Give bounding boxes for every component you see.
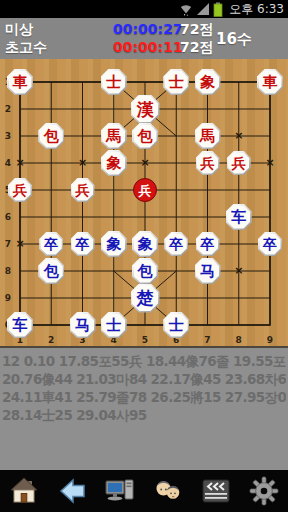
piece-face: 車 xyxy=(9,71,32,94)
computer-icon xyxy=(105,476,135,506)
move-line: 12 0.10 17.85포55兵 18.44像76졸 19.55포85 xyxy=(2,352,286,370)
piece-face: 马 xyxy=(196,260,219,283)
piece-face: 士 xyxy=(165,71,188,94)
piece-face: 兵 xyxy=(10,180,31,201)
piece-han-elephant[interactable]: 象 xyxy=(195,69,221,95)
signal-icon xyxy=(196,2,210,16)
piece-face: 馬 xyxy=(196,125,219,148)
piece-han-cannon[interactable]: 包 xyxy=(38,123,64,149)
piece-face: 卒 xyxy=(260,234,281,255)
piece-face: 馬 xyxy=(102,125,125,148)
piece-face: 兵 xyxy=(197,153,218,174)
player-bottom-score: 72점 xyxy=(180,39,213,57)
piece-face: 象 xyxy=(102,152,125,175)
piece-face: 马 xyxy=(71,314,94,337)
file-label: 5 xyxy=(142,335,148,345)
player-bottom-clock: 00:00:11 xyxy=(113,39,183,55)
piece-cho-soldier[interactable]: 卒 xyxy=(39,232,63,256)
move-line: 24.11車41 25.79졸78 26.25將15 27.95장05 xyxy=(2,388,286,406)
two-players-button[interactable] xyxy=(151,474,185,508)
piece-face: 士 xyxy=(102,314,125,337)
piece-han-soldier[interactable]: 兵 xyxy=(133,178,157,202)
piece-face: 包 xyxy=(40,260,63,283)
rank-label: 2 xyxy=(5,104,11,114)
player-bottom-name: 초고수 xyxy=(5,39,47,57)
back-button[interactable] xyxy=(55,474,89,508)
piece-face: 象 xyxy=(134,233,157,256)
piece-face: 包 xyxy=(40,125,63,148)
home-button[interactable] xyxy=(7,474,41,508)
piece-han-advisor[interactable]: 士 xyxy=(163,69,189,95)
file-label: 8 xyxy=(236,335,242,345)
piece-face: 象 xyxy=(196,71,219,94)
point-marker: × xyxy=(234,264,243,277)
point-marker: × xyxy=(15,156,24,169)
computer-button[interactable] xyxy=(103,474,137,508)
status-clock: 오후 6:33 xyxy=(229,1,284,18)
point-marker: × xyxy=(78,156,87,169)
piece-face: 兵 xyxy=(72,180,93,201)
home-icon xyxy=(9,476,39,506)
piece-cho-horse[interactable]: 马 xyxy=(195,258,221,284)
piece-han-elephant[interactable]: 象 xyxy=(101,150,127,176)
piece-face: 車 xyxy=(259,71,282,94)
move-line: 28.14士25 29.04사95 xyxy=(2,406,286,424)
point-marker: × xyxy=(265,156,274,169)
piece-cho-advisor[interactable]: 士 xyxy=(163,312,189,338)
piece-cho-soldier[interactable]: 卒 xyxy=(258,232,282,256)
piece-cho-cannon[interactable]: 包 xyxy=(132,258,158,284)
piece-han-soldier[interactable]: 兵 xyxy=(196,151,220,175)
gear-icon xyxy=(249,476,279,506)
piece-cho-soldier[interactable]: 卒 xyxy=(196,232,220,256)
piece-face: 卒 xyxy=(166,234,187,255)
piece-cho-chariot[interactable]: 车 xyxy=(7,312,33,338)
battery-icon xyxy=(213,2,223,17)
piece-han-horse[interactable]: 馬 xyxy=(101,123,127,149)
rank-label: 6 xyxy=(5,212,11,222)
replay-button[interactable] xyxy=(199,474,233,508)
piece-face: 车 xyxy=(227,206,250,229)
piece-face: 楚 xyxy=(132,285,158,311)
player-top-score: 72점 xyxy=(180,21,213,39)
toolbar xyxy=(0,470,288,512)
game-info-bar: 미상 00:00:27 72점 초고수 00:00:11 72점 16수 xyxy=(0,18,288,59)
piece-face: 士 xyxy=(102,71,125,94)
rank-label: 8 xyxy=(5,266,11,276)
rank-label: 3 xyxy=(5,131,11,141)
two-players-icon xyxy=(153,476,183,506)
piece-han-chariot[interactable]: 車 xyxy=(257,69,283,95)
piece-face: 车 xyxy=(9,314,32,337)
piece-cho-soldier[interactable]: 卒 xyxy=(164,232,188,256)
move-list[interactable]: 12 0.10 17.85포55兵 18.44像76졸 19.55포85 20.… xyxy=(0,348,288,470)
point-marker: × xyxy=(15,237,24,250)
piece-cho-general[interactable]: 楚 xyxy=(131,284,160,313)
point-marker: × xyxy=(234,129,243,142)
point-marker: × xyxy=(140,156,149,169)
player-top-clock: 00:00:27 xyxy=(113,21,183,37)
file-label: 9 xyxy=(267,335,273,345)
piece-han-soldier[interactable]: 兵 xyxy=(71,178,95,202)
status-bar: 오후 6:33 xyxy=(0,0,288,18)
piece-cho-advisor[interactable]: 士 xyxy=(101,312,127,338)
piece-cho-soldier[interactable]: 卒 xyxy=(71,232,95,256)
rank-label: 7 xyxy=(5,239,11,249)
piece-han-general[interactable]: 漢 xyxy=(131,95,160,124)
file-label: 7 xyxy=(204,335,210,345)
replay-film-icon xyxy=(201,476,231,506)
piece-face: 包 xyxy=(134,125,157,148)
piece-cho-elephant[interactable]: 象 xyxy=(101,231,127,257)
piece-han-chariot[interactable]: 車 xyxy=(7,69,33,95)
board[interactable]: 1234567890123456789×××××××車士士象車漢包馬包馬象兵兵兵… xyxy=(0,59,288,348)
piece-face: 卒 xyxy=(197,234,218,255)
piece-han-cannon[interactable]: 包 xyxy=(132,123,158,149)
player-top-name: 미상 xyxy=(5,21,33,39)
piece-face: 兵 xyxy=(228,153,249,174)
file-label: 2 xyxy=(48,335,54,345)
piece-face: 卒 xyxy=(41,234,62,255)
piece-cho-chariot[interactable]: 车 xyxy=(226,204,252,230)
piece-han-soldier[interactable]: 兵 xyxy=(227,151,251,175)
piece-face: 漢 xyxy=(132,96,158,122)
piece-cho-cannon[interactable]: 包 xyxy=(38,258,64,284)
piece-face: 士 xyxy=(165,314,188,337)
piece-face: 卒 xyxy=(72,234,93,255)
rank-label: 4 xyxy=(5,158,11,168)
piece-face: 象 xyxy=(102,233,125,256)
move-line: 20.76像44 21.03마84 22.17像45 23.68차64 xyxy=(2,370,286,388)
wifi-icon xyxy=(179,2,193,16)
back-arrow-icon xyxy=(57,476,87,506)
piece-face: 包 xyxy=(134,260,157,283)
app: 오후 6:33 미상 00:00:27 72점 초고수 00:00:11 72점… xyxy=(0,0,288,512)
settings-button[interactable] xyxy=(247,474,281,508)
rank-label: 9 xyxy=(5,293,11,303)
piece-cho-horse[interactable]: 马 xyxy=(70,312,96,338)
piece-han-soldier[interactable]: 兵 xyxy=(8,178,32,202)
move-count: 16수 xyxy=(216,30,252,49)
piece-han-advisor[interactable]: 士 xyxy=(101,69,127,95)
piece-cho-elephant[interactable]: 象 xyxy=(132,231,158,257)
piece-han-horse[interactable]: 馬 xyxy=(195,123,221,149)
